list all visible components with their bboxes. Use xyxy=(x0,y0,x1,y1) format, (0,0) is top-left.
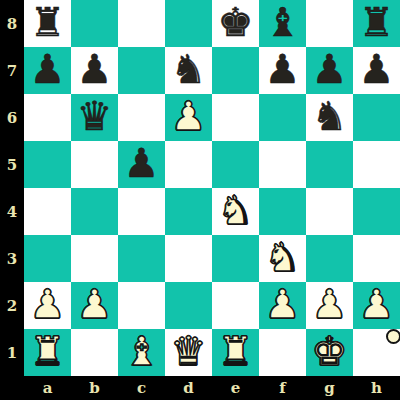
square-e8[interactable]: ♚ xyxy=(212,0,259,47)
square-b3[interactable] xyxy=(71,235,118,282)
square-a3[interactable] xyxy=(24,235,71,282)
square-e5[interactable] xyxy=(212,141,259,188)
black-king[interactable]: ♚ xyxy=(218,2,254,42)
square-c4[interactable] xyxy=(118,188,165,235)
square-a5[interactable] xyxy=(24,141,71,188)
black-queen[interactable]: ♛ xyxy=(77,96,113,136)
white-pawn[interactable]: ♟ xyxy=(77,284,113,324)
square-c8[interactable] xyxy=(118,0,165,47)
square-a8[interactable]: ♜ xyxy=(24,0,71,47)
file-label-c: c xyxy=(118,376,165,400)
rank-label-6: 6 xyxy=(0,94,24,141)
black-pawn[interactable]: ♟ xyxy=(30,49,66,89)
square-g2[interactable]: ♟ xyxy=(306,282,353,329)
square-h6[interactable] xyxy=(353,94,400,141)
rank-label-8: 8 xyxy=(0,0,24,47)
square-b5[interactable] xyxy=(71,141,118,188)
square-c3[interactable] xyxy=(118,235,165,282)
square-g3[interactable] xyxy=(306,235,353,282)
black-knight[interactable]: ♞ xyxy=(171,49,207,89)
black-rook[interactable]: ♜ xyxy=(30,2,66,42)
square-a2[interactable]: ♟ xyxy=(24,282,71,329)
black-pawn[interactable]: ♟ xyxy=(124,143,160,183)
square-c7[interactable] xyxy=(118,47,165,94)
square-b7[interactable]: ♟ xyxy=(71,47,118,94)
black-rook[interactable]: ♜ xyxy=(359,2,395,42)
white-to-move-indicator xyxy=(386,329,400,344)
square-f4[interactable] xyxy=(259,188,306,235)
square-e6[interactable] xyxy=(212,94,259,141)
square-g8[interactable] xyxy=(306,0,353,47)
white-bishop[interactable]: ♝ xyxy=(124,331,160,371)
square-b4[interactable] xyxy=(71,188,118,235)
white-pawn[interactable]: ♟ xyxy=(171,96,207,136)
square-h5[interactable] xyxy=(353,141,400,188)
square-c6[interactable] xyxy=(118,94,165,141)
white-knight[interactable]: ♞ xyxy=(218,190,254,230)
rank-label-1: 1 xyxy=(0,329,24,376)
square-a4[interactable] xyxy=(24,188,71,235)
square-g5[interactable] xyxy=(306,141,353,188)
file-label-a: a xyxy=(24,376,71,400)
black-pawn[interactable]: ♟ xyxy=(312,49,348,89)
square-h3[interactable] xyxy=(353,235,400,282)
rank-label-4: 4 xyxy=(0,188,24,235)
square-a7[interactable]: ♟ xyxy=(24,47,71,94)
white-rook[interactable]: ♜ xyxy=(30,331,66,371)
chess-board: ♜♚♝♜♟♟♞♟♟♟♛♟♞♟♞♞♟♟♟♟♟♜♝♛♜♚ xyxy=(24,0,400,376)
square-f8[interactable]: ♝ xyxy=(259,0,306,47)
square-e2[interactable] xyxy=(212,282,259,329)
chess-diagram: 87654321 ♜♚♝♜♟♟♞♟♟♟♛♟♞♟♞♞♟♟♟♟♟♜♝♛♜♚ abcd… xyxy=(0,0,400,400)
square-d1[interactable]: ♛ xyxy=(165,329,212,376)
black-bishop[interactable]: ♝ xyxy=(265,2,301,42)
rank-labels: 87654321 xyxy=(0,0,24,376)
white-pawn[interactable]: ♟ xyxy=(312,284,348,324)
square-e4[interactable]: ♞ xyxy=(212,188,259,235)
square-d8[interactable] xyxy=(165,0,212,47)
square-d3[interactable] xyxy=(165,235,212,282)
square-g6[interactable]: ♞ xyxy=(306,94,353,141)
square-f7[interactable]: ♟ xyxy=(259,47,306,94)
white-knight[interactable]: ♞ xyxy=(265,237,301,277)
file-labels: abcdefgh xyxy=(24,376,400,400)
file-label-d: d xyxy=(165,376,212,400)
file-label-b: b xyxy=(71,376,118,400)
square-g7[interactable]: ♟ xyxy=(306,47,353,94)
square-a1[interactable]: ♜ xyxy=(24,329,71,376)
file-label-e: e xyxy=(212,376,259,400)
white-pawn[interactable]: ♟ xyxy=(265,284,301,324)
rank-label-5: 5 xyxy=(0,141,24,188)
square-c2[interactable] xyxy=(118,282,165,329)
square-b2[interactable]: ♟ xyxy=(71,282,118,329)
black-pawn[interactable]: ♟ xyxy=(359,49,395,89)
square-b1[interactable] xyxy=(71,329,118,376)
rank-label-2: 2 xyxy=(0,282,24,329)
square-d7[interactable]: ♞ xyxy=(165,47,212,94)
file-label-h: h xyxy=(353,376,400,400)
white-rook[interactable]: ♜ xyxy=(218,331,254,371)
square-c1[interactable]: ♝ xyxy=(118,329,165,376)
square-d5[interactable] xyxy=(165,141,212,188)
white-pawn[interactable]: ♟ xyxy=(359,284,395,324)
file-label-f: f xyxy=(259,376,306,400)
square-e1[interactable]: ♜ xyxy=(212,329,259,376)
square-a6[interactable] xyxy=(24,94,71,141)
square-f6[interactable] xyxy=(259,94,306,141)
square-f3[interactable]: ♞ xyxy=(259,235,306,282)
square-d2[interactable] xyxy=(165,282,212,329)
square-d4[interactable] xyxy=(165,188,212,235)
square-e7[interactable] xyxy=(212,47,259,94)
square-c5[interactable]: ♟ xyxy=(118,141,165,188)
rank-label-3: 3 xyxy=(0,235,24,282)
square-h8[interactable]: ♜ xyxy=(353,0,400,47)
black-knight[interactable]: ♞ xyxy=(312,96,348,136)
square-b8[interactable] xyxy=(71,0,118,47)
square-f5[interactable] xyxy=(259,141,306,188)
file-label-g: g xyxy=(306,376,353,400)
square-g1[interactable]: ♚ xyxy=(306,329,353,376)
square-f1[interactable] xyxy=(259,329,306,376)
square-h2[interactable]: ♟ xyxy=(353,282,400,329)
square-h4[interactable] xyxy=(353,188,400,235)
rank-label-7: 7 xyxy=(0,47,24,94)
square-f2[interactable]: ♟ xyxy=(259,282,306,329)
black-pawn[interactable]: ♟ xyxy=(77,49,113,89)
square-h7[interactable]: ♟ xyxy=(353,47,400,94)
white-king[interactable]: ♚ xyxy=(312,331,348,371)
square-d6[interactable]: ♟ xyxy=(165,94,212,141)
black-pawn[interactable]: ♟ xyxy=(265,49,301,89)
square-g4[interactable] xyxy=(306,188,353,235)
square-b6[interactable]: ♛ xyxy=(71,94,118,141)
white-pawn[interactable]: ♟ xyxy=(30,284,66,324)
white-queen[interactable]: ♛ xyxy=(171,331,207,371)
square-e3[interactable] xyxy=(212,235,259,282)
